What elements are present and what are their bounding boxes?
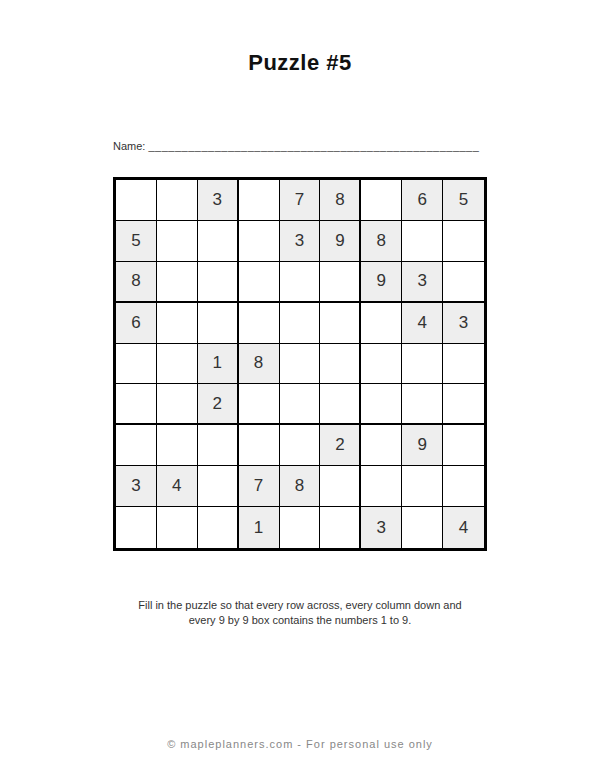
instructions-line1: Fill in the puzzle so that every row acr… <box>0 598 600 613</box>
cell-r1c5[interactable]: 7 <box>280 180 321 221</box>
cell-r3c6[interactable] <box>320 262 361 303</box>
instructions-line2: every 9 by 9 box contains the numbers 1 … <box>0 613 600 628</box>
cell-r8c6[interactable] <box>320 466 361 507</box>
cell-r7c5[interactable] <box>280 425 321 466</box>
cell-r3c9[interactable] <box>443 262 484 303</box>
cell-r6c7[interactable] <box>361 384 402 425</box>
instructions: Fill in the puzzle so that every row acr… <box>0 598 600 628</box>
cell-r8c8[interactable] <box>402 466 443 507</box>
cell-r3c3[interactable] <box>198 262 239 303</box>
cell-r4c8[interactable]: 4 <box>402 303 443 344</box>
cell-r9c3[interactable] <box>198 507 239 548</box>
cell-r7c6[interactable]: 2 <box>320 425 361 466</box>
cell-r2c8[interactable] <box>402 221 443 262</box>
cell-r1c1[interactable] <box>116 180 157 221</box>
cell-r9c1[interactable] <box>116 507 157 548</box>
cell-r1c8[interactable]: 6 <box>402 180 443 221</box>
cell-r5c2[interactable] <box>157 344 198 385</box>
cell-r1c9[interactable]: 5 <box>443 180 484 221</box>
cell-r5c5[interactable] <box>280 344 321 385</box>
cell-r4c7[interactable] <box>361 303 402 344</box>
cell-r5c4[interactable]: 8 <box>239 344 280 385</box>
cell-r7c9[interactable] <box>443 425 484 466</box>
cell-r5c3[interactable]: 1 <box>198 344 239 385</box>
cell-r4c4[interactable] <box>239 303 280 344</box>
cell-r5c9[interactable] <box>443 344 484 385</box>
cell-r2c3[interactable] <box>198 221 239 262</box>
cell-r9c6[interactable] <box>320 507 361 548</box>
cell-r5c8[interactable] <box>402 344 443 385</box>
cell-r9c7[interactable]: 3 <box>361 507 402 548</box>
cell-r7c7[interactable] <box>361 425 402 466</box>
cell-r2c5[interactable]: 3 <box>280 221 321 262</box>
cell-r3c2[interactable] <box>157 262 198 303</box>
cell-r3c4[interactable] <box>239 262 280 303</box>
cell-r8c7[interactable] <box>361 466 402 507</box>
cell-r4c1[interactable]: 6 <box>116 303 157 344</box>
cell-r1c2[interactable] <box>157 180 198 221</box>
cell-r2c6[interactable]: 9 <box>320 221 361 262</box>
cell-r7c1[interactable] <box>116 425 157 466</box>
cell-r1c7[interactable] <box>361 180 402 221</box>
puzzle-page: Puzzle #5 Name: ________________________… <box>0 0 600 776</box>
sudoku-grid: 378655398893643182293478134 <box>113 177 487 551</box>
cell-r6c1[interactable] <box>116 384 157 425</box>
cell-r2c7[interactable]: 8 <box>361 221 402 262</box>
cell-r5c1[interactable] <box>116 344 157 385</box>
cell-r4c2[interactable] <box>157 303 198 344</box>
cell-r4c5[interactable] <box>280 303 321 344</box>
cell-r7c8[interactable]: 9 <box>402 425 443 466</box>
cell-r2c1[interactable]: 5 <box>116 221 157 262</box>
cell-r8c5[interactable]: 8 <box>280 466 321 507</box>
cell-r9c4[interactable]: 1 <box>239 507 280 548</box>
cell-r2c4[interactable] <box>239 221 280 262</box>
cell-r3c7[interactable]: 9 <box>361 262 402 303</box>
cell-r2c9[interactable] <box>443 221 484 262</box>
cell-r7c3[interactable] <box>198 425 239 466</box>
cell-r9c2[interactable] <box>157 507 198 548</box>
cell-r9c8[interactable] <box>402 507 443 548</box>
cell-r6c9[interactable] <box>443 384 484 425</box>
cell-r3c1[interactable]: 8 <box>116 262 157 303</box>
cell-r8c4[interactable]: 7 <box>239 466 280 507</box>
name-line: ________________________________________… <box>148 140 479 152</box>
cell-r6c8[interactable] <box>402 384 443 425</box>
cell-r4c3[interactable] <box>198 303 239 344</box>
cell-r6c6[interactable] <box>320 384 361 425</box>
cell-r5c6[interactable] <box>320 344 361 385</box>
cell-r8c2[interactable]: 4 <box>157 466 198 507</box>
cell-r2c2[interactable] <box>157 221 198 262</box>
cell-r1c6[interactable]: 8 <box>320 180 361 221</box>
cell-r3c5[interactable] <box>280 262 321 303</box>
cell-r6c5[interactable] <box>280 384 321 425</box>
cell-r9c5[interactable] <box>280 507 321 548</box>
cell-r1c4[interactable] <box>239 180 280 221</box>
footer-copyright: © mapleplanners.com - For personal use o… <box>0 738 600 750</box>
cell-r9c9[interactable]: 4 <box>443 507 484 548</box>
name-label: Name: <box>113 140 145 152</box>
cell-r8c3[interactable] <box>198 466 239 507</box>
name-field: Name: __________________________________… <box>113 140 479 152</box>
page-title: Puzzle #5 <box>0 50 600 76</box>
cell-r8c9[interactable] <box>443 466 484 507</box>
cell-r1c3[interactable]: 3 <box>198 180 239 221</box>
cell-r6c2[interactable] <box>157 384 198 425</box>
cell-r7c4[interactable] <box>239 425 280 466</box>
cell-r5c7[interactable] <box>361 344 402 385</box>
cell-r8c1[interactable]: 3 <box>116 466 157 507</box>
cell-r3c8[interactable]: 3 <box>402 262 443 303</box>
cell-r7c2[interactable] <box>157 425 198 466</box>
cell-r4c6[interactable] <box>320 303 361 344</box>
cell-r6c4[interactable] <box>239 384 280 425</box>
cell-r6c3[interactable]: 2 <box>198 384 239 425</box>
cell-r4c9[interactable]: 3 <box>443 303 484 344</box>
